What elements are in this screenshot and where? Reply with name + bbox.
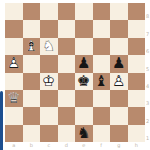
square-g5[interactable]: ♟ (110, 55, 128, 72)
white-knight-fill: ♞ (40, 38, 58, 55)
square-c2[interactable] (40, 107, 58, 124)
square-h6[interactable] (128, 38, 146, 55)
square-e1[interactable]: ♞ (75, 125, 93, 142)
square-b2[interactable] (23, 107, 41, 124)
square-b8[interactable] (23, 3, 41, 20)
square-c8[interactable] (40, 3, 58, 20)
black-king: ♚ (75, 73, 93, 90)
square-b6[interactable]: ♝♗ (23, 38, 41, 55)
square-b3[interactable] (23, 90, 41, 107)
square-g4[interactable]: ♟♙ (110, 73, 128, 90)
square-c5[interactable] (40, 55, 58, 72)
square-h5[interactable] (128, 55, 146, 72)
square-e8[interactable] (75, 3, 93, 20)
white-pawn: ♙ (110, 73, 128, 90)
square-f5[interactable] (93, 55, 111, 72)
rank-label-8: 8 (145, 3, 150, 20)
black-pawn: ♟ (110, 55, 128, 72)
square-h1[interactable] (128, 125, 146, 142)
square-g7[interactable] (110, 20, 128, 37)
square-c7[interactable] (40, 20, 58, 37)
square-e2[interactable] (75, 107, 93, 124)
square-e7[interactable] (75, 20, 93, 37)
square-e6[interactable] (75, 38, 93, 55)
file-label-a: a (5, 142, 23, 150)
left-panel-edge (0, 91, 3, 150)
square-a1[interactable] (5, 125, 23, 142)
white-queen-fill: ♛ (5, 90, 23, 107)
square-e5[interactable]: ♟ (75, 55, 93, 72)
square-b1[interactable] (23, 125, 41, 142)
square-g6[interactable] (110, 38, 128, 55)
square-g8[interactable] (110, 3, 128, 20)
chess-board: ♝♗♞♘♟♙♟♟♚♔♚♝♟♙♛♕♞ (5, 3, 145, 142)
square-g1[interactable] (110, 125, 128, 142)
square-h4[interactable] (128, 73, 146, 90)
square-a7[interactable] (5, 20, 23, 37)
file-labels: abcdefgh (5, 142, 145, 150)
page: ♝♗♞♘♟♙♟♟♚♔♚♝♟♙♛♕♞ abcdefgh 87654321 (0, 0, 150, 150)
white-queen: ♕ (5, 90, 23, 107)
square-h8[interactable] (128, 3, 146, 20)
square-d8[interactable] (58, 3, 76, 20)
square-d2[interactable] (58, 107, 76, 124)
square-d7[interactable] (58, 20, 76, 37)
black-knight: ♞ (75, 125, 93, 142)
file-label-e: e (75, 142, 93, 150)
rank-label-4: 4 (145, 73, 150, 90)
white-pawn-fill: ♟ (5, 55, 23, 72)
file-label-c: c (40, 142, 58, 150)
square-a5[interactable]: ♟♙ (5, 55, 23, 72)
black-bishop: ♝ (93, 73, 111, 90)
rank-label-2: 2 (145, 107, 150, 124)
square-f6[interactable] (93, 38, 111, 55)
square-h2[interactable] (128, 107, 146, 124)
square-d1[interactable] (58, 125, 76, 142)
file-label-h: h (128, 142, 146, 150)
square-d6[interactable] (58, 38, 76, 55)
square-h7[interactable] (128, 20, 146, 37)
rank-label-1: 1 (145, 125, 150, 142)
white-bishop-fill: ♝ (23, 38, 41, 55)
file-label-d: d (58, 142, 76, 150)
white-bishop: ♗ (23, 38, 41, 55)
square-f7[interactable] (93, 20, 111, 37)
square-f8[interactable] (93, 3, 111, 20)
white-knight: ♘ (40, 38, 58, 55)
square-d4[interactable] (58, 73, 76, 90)
square-a6[interactable] (5, 38, 23, 55)
rank-label-7: 7 (145, 20, 150, 37)
white-king: ♔ (40, 73, 58, 90)
white-pawn: ♙ (5, 55, 23, 72)
square-c6[interactable]: ♞♘ (40, 38, 58, 55)
square-g3[interactable] (110, 90, 128, 107)
rank-label-3: 3 (145, 90, 150, 107)
square-f4[interactable]: ♝ (93, 73, 111, 90)
square-b5[interactable] (23, 55, 41, 72)
rank-label-5: 5 (145, 55, 150, 72)
square-c4[interactable]: ♚♔ (40, 73, 58, 90)
square-h3[interactable] (128, 90, 146, 107)
file-label-f: f (93, 142, 111, 150)
square-c3[interactable] (40, 90, 58, 107)
file-label-g: g (110, 142, 128, 150)
square-c1[interactable] (40, 125, 58, 142)
square-b4[interactable] (23, 73, 41, 90)
square-g2[interactable] (110, 107, 128, 124)
square-d5[interactable] (58, 55, 76, 72)
square-a4[interactable] (5, 73, 23, 90)
file-label-b: b (23, 142, 41, 150)
white-king-fill: ♚ (40, 73, 58, 90)
rank-labels: 87654321 (145, 3, 150, 142)
square-f2[interactable] (93, 107, 111, 124)
square-b7[interactable] (23, 20, 41, 37)
square-f3[interactable] (93, 90, 111, 107)
black-pawn: ♟ (75, 55, 93, 72)
square-a8[interactable] (5, 3, 23, 20)
white-pawn-fill: ♟ (110, 73, 128, 90)
square-e3[interactable] (75, 90, 93, 107)
square-f1[interactable] (93, 125, 111, 142)
rank-label-6: 6 (145, 38, 150, 55)
square-a3[interactable]: ♛♕ (5, 90, 23, 107)
square-e4[interactable]: ♚ (75, 73, 93, 90)
square-a2[interactable] (5, 107, 23, 124)
square-d3[interactable] (58, 90, 76, 107)
